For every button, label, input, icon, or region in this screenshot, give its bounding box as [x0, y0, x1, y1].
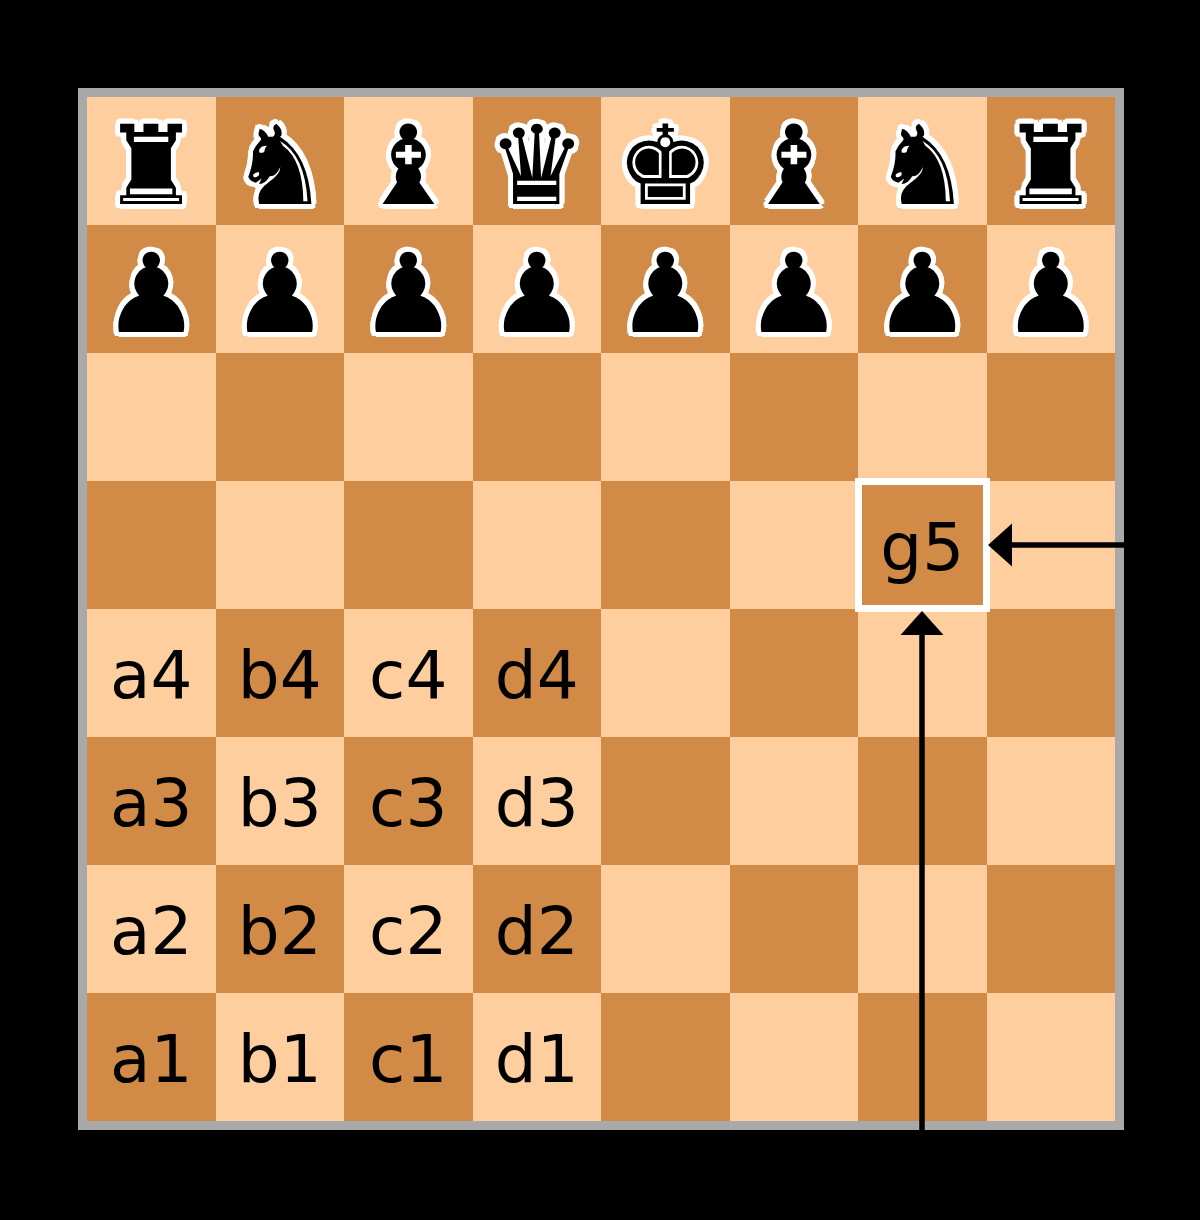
square-f3 — [730, 737, 859, 865]
square-label-b3: b3 — [238, 771, 322, 837]
square-label-a4: a4 — [110, 643, 192, 709]
square-c5 — [344, 481, 473, 609]
square-d7: ♟ — [473, 225, 602, 353]
square-label-a1: a1 — [110, 1027, 192, 1093]
black-bishop-c8: ♝ — [359, 111, 458, 221]
black-bishop-f8: ♝ — [744, 111, 843, 221]
square-h5 — [987, 481, 1116, 609]
square-label-b1: b1 — [238, 1027, 322, 1093]
black-pawn-f7: ♟ — [744, 239, 843, 349]
square-b1: b1 — [216, 993, 345, 1121]
square-d3: d3 — [473, 737, 602, 865]
square-label-d1: d1 — [495, 1027, 579, 1093]
black-pawn-a7: ♟ — [102, 239, 201, 349]
square-f7: ♟ — [730, 225, 859, 353]
square-label-c3: c3 — [369, 771, 447, 837]
square-a6 — [87, 353, 216, 481]
square-c4: c4 — [344, 609, 473, 737]
square-b6 — [216, 353, 345, 481]
square-g2 — [858, 865, 987, 993]
square-d4: d4 — [473, 609, 602, 737]
square-h6 — [987, 353, 1116, 481]
square-a1: a1 — [87, 993, 216, 1121]
square-b2: b2 — [216, 865, 345, 993]
black-pawn-h7: ♟ — [1001, 239, 1100, 349]
black-pawn-b7: ♟ — [230, 239, 329, 349]
square-h8: ♜ — [987, 97, 1116, 225]
square-b7: ♟ — [216, 225, 345, 353]
square-f2 — [730, 865, 859, 993]
square-f1 — [730, 993, 859, 1121]
square-e5 — [601, 481, 730, 609]
square-e2 — [601, 865, 730, 993]
square-c6 — [344, 353, 473, 481]
square-label-a2: a2 — [110, 899, 192, 965]
black-pawn-g7: ♟ — [873, 239, 972, 349]
square-c2: c2 — [344, 865, 473, 993]
black-pawn-d7: ♟ — [487, 239, 586, 349]
square-a4: a4 — [87, 609, 216, 737]
square-b4: b4 — [216, 609, 345, 737]
square-g4 — [858, 609, 987, 737]
square-g8: ♞ — [858, 97, 987, 225]
square-label-c1: c1 — [369, 1027, 447, 1093]
square-c1: c1 — [344, 993, 473, 1121]
black-rook-h8: ♜ — [1001, 111, 1100, 221]
highlight-square-label: g5 — [880, 515, 964, 581]
square-h1 — [987, 993, 1116, 1121]
square-h4 — [987, 609, 1116, 737]
square-label-d3: d3 — [495, 771, 579, 837]
square-g3 — [858, 737, 987, 865]
square-e4 — [601, 609, 730, 737]
square-g5: g5 — [858, 481, 987, 609]
square-e7: ♟ — [601, 225, 730, 353]
square-h7: ♟ — [987, 225, 1116, 353]
square-f6 — [730, 353, 859, 481]
square-e8: ♚ — [601, 97, 730, 225]
black-king-e8: ♚ — [616, 111, 715, 221]
square-g1 — [858, 993, 987, 1121]
black-knight-g8: ♞ — [873, 111, 972, 221]
square-a7: ♟ — [87, 225, 216, 353]
square-g6 — [858, 353, 987, 481]
square-f8: ♝ — [730, 97, 859, 225]
square-d5 — [473, 481, 602, 609]
square-g7: ♟ — [858, 225, 987, 353]
square-label-b2: b2 — [238, 899, 322, 965]
square-label-d4: d4 — [495, 643, 579, 709]
square-e1 — [601, 993, 730, 1121]
square-b8: ♞ — [216, 97, 345, 225]
square-e6 — [601, 353, 730, 481]
square-h3 — [987, 737, 1116, 865]
square-label-c2: c2 — [369, 899, 447, 965]
square-d1: d1 — [473, 993, 602, 1121]
square-label-b4: b4 — [238, 643, 322, 709]
black-rook-a8: ♜ — [102, 111, 201, 221]
square-c8: ♝ — [344, 97, 473, 225]
square-label-a3: a3 — [110, 771, 192, 837]
black-pawn-c7: ♟ — [359, 239, 458, 349]
square-b5 — [216, 481, 345, 609]
square-d6 — [473, 353, 602, 481]
square-d8: ♛ — [473, 97, 602, 225]
square-h2 — [987, 865, 1116, 993]
square-a3: a3 — [87, 737, 216, 865]
black-pawn-e7: ♟ — [616, 239, 715, 349]
square-label-d2: d2 — [495, 899, 579, 965]
square-f4 — [730, 609, 859, 737]
chess-board: ♜♞♝♛♚♝♞♜♟♟♟♟♟♟♟♟g5a4b4c4d4a3b3c3d3a2b2c2… — [78, 88, 1124, 1130]
square-label-c4: c4 — [369, 643, 447, 709]
square-c7: ♟ — [344, 225, 473, 353]
square-a8: ♜ — [87, 97, 216, 225]
square-c3: c3 — [344, 737, 473, 865]
black-queen-d8: ♛ — [487, 111, 586, 221]
square-a2: a2 — [87, 865, 216, 993]
square-b3: b3 — [216, 737, 345, 865]
square-a5 — [87, 481, 216, 609]
square-d2: d2 — [473, 865, 602, 993]
black-knight-b8: ♞ — [230, 111, 329, 221]
square-f5 — [730, 481, 859, 609]
square-e3 — [601, 737, 730, 865]
